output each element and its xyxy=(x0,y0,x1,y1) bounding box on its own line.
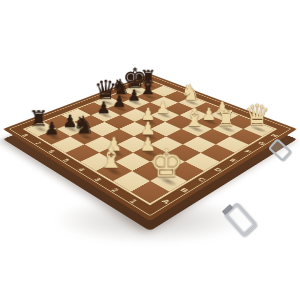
piece-white-bishop-f3[interactable]: ♝ xyxy=(181,105,209,130)
piece-white-bishop-a3[interactable]: ♝ xyxy=(96,143,128,172)
chess-board: ♜♞♟♛♚♝♟♜♞♟♟♝♛♟♟♟♟♟♟♞♟♚♜♟♝ HGFEDCBA 87654… xyxy=(3,74,297,221)
piece-white-king-b1[interactable]: ♚ xyxy=(150,144,183,182)
piece-black-pawn-a7[interactable]: ♟ xyxy=(37,120,66,138)
piece-black-knight-b6[interactable]: ♞ xyxy=(69,113,98,138)
piece-white-queen-h1[interactable]: ♛ xyxy=(243,101,271,130)
board-grid: ♜♞♟♛♚♝♟♜♞♟♟♝♛♟♟♟♟♟♟♞♟♚♜♟♝ xyxy=(26,81,275,203)
piece-white-knight-h5[interactable]: ♞ xyxy=(178,82,203,104)
product-photo-scene: ♜♞♟♛♚♝♟♜♞♟♟♝♛♟♟♟♟♟♟♞♟♚♜♟♝ HGFEDCBA 87654… xyxy=(0,0,300,300)
piece-white-rook-g2[interactable]: ♜ xyxy=(212,108,240,130)
